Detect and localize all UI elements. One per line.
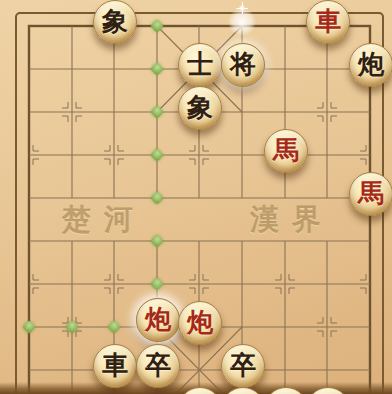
- piece-black-chariot[interactable]: 車: [93, 344, 137, 388]
- piece-black-cannon[interactable]: 炮: [349, 43, 392, 87]
- piece-red-chariot[interactable]: 車: [306, 0, 350, 44]
- piece-black-elephant[interactable]: 象: [178, 86, 222, 130]
- piece-red-horse[interactable]: 馬: [264, 129, 308, 173]
- piece-character: 卒: [145, 352, 171, 378]
- piece-red-horse[interactable]: 馬: [349, 172, 392, 216]
- piece-red-cannon[interactable]: 炮: [178, 301, 222, 345]
- piece-character: 炮: [145, 306, 171, 332]
- piece-black-advisor[interactable]: 士: [178, 43, 222, 87]
- piece-character: 馬: [358, 180, 384, 206]
- piece-character: 車: [102, 352, 128, 378]
- piece-character: 将: [230, 51, 256, 77]
- piece-character: 象: [187, 94, 213, 120]
- piece-character: 士: [187, 51, 213, 77]
- piece-character: 炮: [358, 51, 384, 77]
- piece-character: 象: [102, 8, 128, 34]
- piece-character: 炮: [187, 309, 213, 335]
- piece-character: 車: [315, 8, 341, 34]
- piece-character: 卒: [230, 352, 256, 378]
- piece-black-soldier[interactable]: 卒: [221, 344, 265, 388]
- xiangqi-board: 楚河 漢界 象士将炮象車馬馬炮炮車卒卒: [0, 0, 392, 394]
- piece-black-soldier[interactable]: 卒: [136, 344, 180, 388]
- piece-black-elephant[interactable]: 象: [93, 0, 137, 44]
- piece-black-general[interactable]: 将: [221, 43, 265, 87]
- piece-red-cannon[interactable]: 炮: [136, 298, 180, 342]
- piece-character: 馬: [273, 137, 299, 163]
